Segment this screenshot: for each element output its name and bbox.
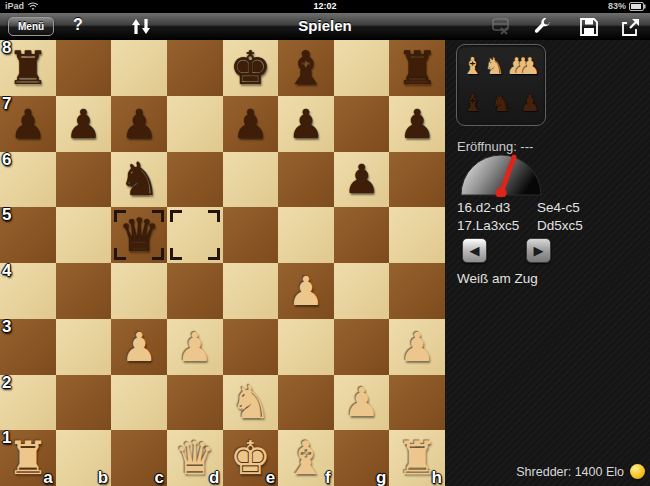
- file-label-f: f: [325, 468, 331, 486]
- engine-strength-label: Shredder: 1400 Elo: [516, 465, 624, 479]
- captured-white-row: ♝♞♟♟♟: [462, 48, 540, 85]
- square-g7[interactable]: [334, 96, 390, 152]
- highlight-corner: [170, 248, 182, 260]
- black-rook-h8: ♜: [389, 40, 445, 96]
- square-g4[interactable]: [334, 263, 390, 319]
- black-pawn-f7: ♟: [278, 96, 334, 152]
- move-cell: Dd5xc5: [537, 218, 583, 233]
- square-g1[interactable]: g: [334, 430, 390, 486]
- square-c7[interactable]: ♟: [111, 96, 167, 152]
- square-f8[interactable]: ♝: [278, 40, 334, 96]
- square-f3[interactable]: [278, 319, 334, 375]
- square-d2[interactable]: [167, 375, 223, 431]
- black-pawn-b7: ♟: [56, 96, 112, 152]
- square-c2[interactable]: [111, 375, 167, 431]
- move-cell: 17.La3xc5: [457, 218, 537, 233]
- square-d8[interactable]: [167, 40, 223, 96]
- square-a2[interactable]: 2: [0, 375, 56, 431]
- captured-black-row: ♝♞♟: [462, 85, 540, 122]
- white-knight-e2: ♞: [223, 375, 279, 431]
- black-pawn-e7: ♟: [223, 96, 279, 152]
- square-h8[interactable]: ♜: [389, 40, 445, 96]
- engine-mood-icon: [630, 464, 645, 479]
- highlight-corner: [114, 210, 126, 222]
- back-move-button[interactable]: ◀: [462, 238, 487, 263]
- square-c1[interactable]: c: [111, 430, 167, 486]
- battery-icon: [629, 2, 646, 11]
- square-e7[interactable]: ♟: [223, 96, 279, 152]
- rank-label-4: 4: [2, 263, 11, 281]
- file-label-h: h: [432, 468, 442, 486]
- engine-status: Shredder: 1400 Elo: [516, 464, 645, 479]
- rank-label-5: 5: [2, 207, 11, 225]
- square-h1[interactable]: h♜: [389, 430, 445, 486]
- app-screen: iPad 12:02 83% Menü ? Spielen: [0, 0, 650, 486]
- square-d6[interactable]: [167, 152, 223, 208]
- file-label-d: d: [209, 468, 219, 486]
- square-a4[interactable]: 4: [0, 263, 56, 319]
- square-g2[interactable]: ♟: [334, 375, 390, 431]
- captured-white-bishop: ♝: [462, 55, 483, 78]
- square-c6[interactable]: ♞: [111, 152, 167, 208]
- square-e1[interactable]: e♚: [223, 430, 279, 486]
- forward-move-button[interactable]: ▶: [526, 238, 551, 263]
- square-e6[interactable]: [223, 152, 279, 208]
- highlight-corner: [152, 210, 164, 222]
- square-c4[interactable]: [111, 263, 167, 319]
- rank-label-2: 2: [2, 375, 11, 393]
- square-a6[interactable]: 6: [0, 152, 56, 208]
- turn-indicator-label: Weiß am Zug: [457, 271, 538, 286]
- square-h4[interactable]: [389, 263, 445, 319]
- highlight-corner: [208, 210, 220, 222]
- square-f1[interactable]: f♝: [278, 430, 334, 486]
- square-d5[interactable]: [167, 207, 223, 263]
- move-list: 16.d2-d3 Se4-c5 17.La3xc5 Dd5xc5: [457, 200, 583, 233]
- square-a1[interactable]: 1a♜: [0, 430, 56, 486]
- square-a5[interactable]: 5: [0, 207, 56, 263]
- captured-white-knight: ♞: [484, 55, 505, 78]
- square-e2[interactable]: ♞: [223, 375, 279, 431]
- square-g6[interactable]: ♟: [334, 152, 390, 208]
- square-f2[interactable]: [278, 375, 334, 431]
- toolbar: Menü ? Spielen: [0, 13, 650, 40]
- square-g8[interactable]: [334, 40, 390, 96]
- battery-percent: 83%: [608, 1, 626, 11]
- white-pawn-d3: ♟: [167, 319, 223, 375]
- highlight-corner: [152, 248, 164, 260]
- clock-time: 12:02: [0, 1, 650, 11]
- square-b7[interactable]: ♟: [56, 96, 112, 152]
- square-f5[interactable]: [278, 207, 334, 263]
- square-a3[interactable]: 3: [0, 319, 56, 375]
- square-b1[interactable]: b: [56, 430, 112, 486]
- square-b3[interactable]: [56, 319, 112, 375]
- square-b2[interactable]: [56, 375, 112, 431]
- square-a7[interactable]: 7♟: [0, 96, 56, 152]
- square-a8[interactable]: 8♜: [0, 40, 56, 96]
- black-pawn-g6: ♟: [334, 152, 390, 208]
- square-e4[interactable]: [223, 263, 279, 319]
- status-bar: iPad 12:02 83%: [0, 0, 650, 13]
- file-label-g: g: [376, 468, 386, 486]
- rank-label-3: 3: [2, 319, 11, 337]
- captured-pieces-tray: ♝♞♟♟♟ ♝♞♟: [456, 44, 546, 126]
- square-c3[interactable]: ♟: [111, 319, 167, 375]
- knight-icon: ♞: [484, 55, 505, 78]
- square-b6[interactable]: [56, 152, 112, 208]
- bishop-icon: ♝: [462, 55, 483, 78]
- square-h7[interactable]: ♟: [389, 96, 445, 152]
- file-label-b: b: [98, 468, 108, 486]
- square-d3[interactable]: ♟: [167, 319, 223, 375]
- square-h5[interactable]: [389, 207, 445, 263]
- square-d4[interactable]: [167, 263, 223, 319]
- captured-black-bishop: ♝: [462, 92, 483, 115]
- move-cell: 16.d2-d3: [457, 200, 537, 215]
- page-title: Spielen: [0, 17, 650, 34]
- highlight-corner: [114, 248, 126, 260]
- square-f4[interactable]: ♟: [278, 263, 334, 319]
- highlight-corner: [208, 248, 220, 260]
- square-f7[interactable]: ♟: [278, 96, 334, 152]
- square-e5[interactable]: [223, 207, 279, 263]
- info-panel: ♝♞♟♟♟ ♝♞♟ Eröffnung: --- 16.d2-d3 Se4-c5…: [445, 40, 650, 486]
- square-b4[interactable]: [56, 263, 112, 319]
- white-pawn-c3: ♟: [111, 319, 167, 375]
- white-pawn-f4: ♟: [278, 263, 334, 319]
- file-label-a: a: [43, 468, 52, 486]
- pawn-icon: ♟: [519, 55, 540, 78]
- square-b5[interactable]: [56, 207, 112, 263]
- square-e8[interactable]: ♚: [223, 40, 279, 96]
- share-button[interactable]: [620, 17, 641, 37]
- clear-game-button[interactable]: [490, 17, 512, 36]
- chess-board: 8♜♚♝♜7♟♟♟♟♟♟6♞♟5♛4♟3♟♟♟2♞♟1a♜bcd♛e♚f♝gh♜: [0, 40, 445, 486]
- square-b8[interactable]: [56, 40, 112, 96]
- knight-icon: ♞: [491, 92, 512, 115]
- rank-label-7: 7: [2, 96, 11, 114]
- white-pawn-g2: ♟: [334, 375, 390, 431]
- black-knight-c6: ♞: [111, 152, 167, 208]
- captured-black-pawn: ♟: [519, 92, 540, 115]
- file-label-c: c: [154, 468, 163, 486]
- bishop-icon: ♝: [462, 92, 483, 115]
- square-d7[interactable]: [167, 96, 223, 152]
- square-c5[interactable]: ♛: [111, 207, 167, 263]
- square-h3[interactable]: ♟: [389, 319, 445, 375]
- rank-label-6: 6: [2, 152, 11, 170]
- save-button[interactable]: [579, 17, 599, 37]
- captured-black-knight: ♞: [491, 92, 512, 115]
- rank-label-1: 1: [2, 430, 11, 448]
- square-h6[interactable]: [389, 152, 445, 208]
- square-c8[interactable]: [111, 40, 167, 96]
- square-f6[interactable]: [278, 152, 334, 208]
- move-cell: Se4-c5: [537, 200, 583, 215]
- black-king-e8: ♚: [223, 40, 279, 96]
- black-bishop-f8: ♝: [278, 40, 334, 96]
- square-g3[interactable]: [334, 319, 390, 375]
- square-d1[interactable]: d♛: [167, 430, 223, 486]
- black-pawn-h7: ♟: [389, 96, 445, 152]
- square-h2[interactable]: [389, 375, 445, 431]
- square-g5[interactable]: [334, 207, 390, 263]
- file-label-e: e: [266, 468, 275, 486]
- black-pawn-c7: ♟: [111, 96, 167, 152]
- captured-white-pawn-x3: ♟♟♟: [506, 55, 540, 78]
- rank-label-8: 8: [2, 40, 11, 58]
- white-pawn-h3: ♟: [389, 319, 445, 375]
- evaluation-gauge: [460, 150, 542, 197]
- highlight-corner: [170, 210, 182, 222]
- pawn-icon: ♟: [519, 92, 540, 115]
- settings-wrench-button[interactable]: [531, 17, 552, 37]
- square-e3[interactable]: [223, 319, 279, 375]
